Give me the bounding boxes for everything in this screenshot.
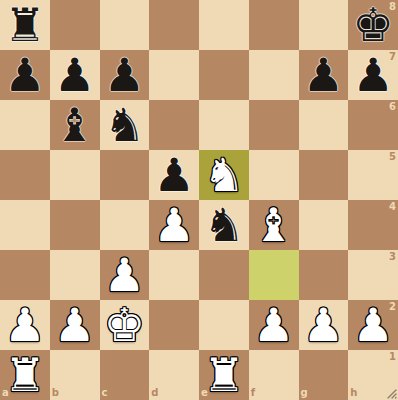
square-b1[interactable]: b bbox=[50, 350, 100, 400]
square-g4[interactable] bbox=[299, 200, 349, 250]
piece-white-king[interactable]: ♚ bbox=[104, 300, 145, 350]
square-g3[interactable] bbox=[299, 250, 349, 300]
square-a1[interactable]: ♜a bbox=[0, 350, 50, 400]
piece-white-pawn[interactable]: ♟ bbox=[154, 200, 195, 250]
rank-label-4: 4 bbox=[389, 202, 396, 212]
square-g2[interactable]: ♟ bbox=[299, 300, 349, 350]
square-g8[interactable] bbox=[299, 0, 349, 50]
piece-white-knight[interactable]: ♞ bbox=[203, 150, 244, 200]
square-f1[interactable]: f bbox=[249, 350, 299, 400]
file-label-h: h bbox=[350, 388, 357, 398]
piece-black-knight[interactable]: ♞ bbox=[104, 100, 145, 150]
rank-label-6: 6 bbox=[389, 102, 396, 112]
square-f4[interactable]: ♝ bbox=[249, 200, 299, 250]
board-resize-handle-icon[interactable] bbox=[385, 387, 397, 399]
square-e2[interactable] bbox=[199, 300, 249, 350]
square-c8[interactable] bbox=[100, 0, 150, 50]
rank-label-3: 3 bbox=[389, 252, 396, 262]
square-h2[interactable]: ♟2 bbox=[348, 300, 398, 350]
square-b7[interactable]: ♟ bbox=[50, 50, 100, 100]
square-g5[interactable] bbox=[299, 150, 349, 200]
square-h3[interactable]: 3 bbox=[348, 250, 398, 300]
square-c7[interactable]: ♟ bbox=[100, 50, 150, 100]
square-b2[interactable]: ♟ bbox=[50, 300, 100, 350]
square-e1[interactable]: ♜e bbox=[199, 350, 249, 400]
square-c1[interactable]: c bbox=[100, 350, 150, 400]
rank-label-1: 1 bbox=[389, 352, 396, 362]
square-h5[interactable]: 5 bbox=[348, 150, 398, 200]
square-g1[interactable]: g bbox=[299, 350, 349, 400]
square-d8[interactable] bbox=[149, 0, 199, 50]
square-e8[interactable] bbox=[199, 0, 249, 50]
piece-black-pawn[interactable]: ♟ bbox=[154, 150, 195, 200]
square-a2[interactable]: ♟ bbox=[0, 300, 50, 350]
piece-white-rook[interactable]: ♜ bbox=[4, 350, 45, 400]
square-e3[interactable] bbox=[199, 250, 249, 300]
square-c2[interactable]: ♚ bbox=[100, 300, 150, 350]
square-f6[interactable] bbox=[249, 100, 299, 150]
square-e7[interactable] bbox=[199, 50, 249, 100]
square-g7[interactable]: ♟ bbox=[299, 50, 349, 100]
square-d7[interactable] bbox=[149, 50, 199, 100]
piece-white-pawn[interactable]: ♟ bbox=[353, 300, 394, 350]
square-b3[interactable] bbox=[50, 250, 100, 300]
square-h7[interactable]: ♟7 bbox=[348, 50, 398, 100]
square-f2[interactable]: ♟ bbox=[249, 300, 299, 350]
piece-white-pawn[interactable]: ♟ bbox=[253, 300, 294, 350]
square-e5[interactable]: ♞ bbox=[199, 150, 249, 200]
piece-black-pawn[interactable]: ♟ bbox=[104, 50, 145, 100]
square-d2[interactable] bbox=[149, 300, 199, 350]
rank-label-5: 5 bbox=[389, 152, 396, 162]
file-label-g: g bbox=[301, 388, 308, 398]
square-d6[interactable] bbox=[149, 100, 199, 150]
square-e4[interactable]: ♞ bbox=[199, 200, 249, 250]
square-d5[interactable]: ♟ bbox=[149, 150, 199, 200]
square-d4[interactable]: ♟ bbox=[149, 200, 199, 250]
square-c5[interactable] bbox=[100, 150, 150, 200]
square-c6[interactable]: ♞ bbox=[100, 100, 150, 150]
file-label-c: c bbox=[102, 388, 108, 398]
square-b5[interactable] bbox=[50, 150, 100, 200]
square-d3[interactable] bbox=[149, 250, 199, 300]
chess-board: ♜♚8♟♟♟♟♟7♝♞6♟♞5♟♞♝4♟3♟♟♚♟♟♟2♜abcd♜efgh1 bbox=[0, 0, 398, 400]
piece-black-pawn[interactable]: ♟ bbox=[303, 50, 344, 100]
piece-white-pawn[interactable]: ♟ bbox=[104, 250, 145, 300]
square-e6[interactable] bbox=[199, 100, 249, 150]
square-f8[interactable] bbox=[249, 0, 299, 50]
piece-black-pawn[interactable]: ♟ bbox=[4, 50, 45, 100]
square-b8[interactable] bbox=[50, 0, 100, 50]
piece-white-pawn[interactable]: ♟ bbox=[4, 300, 45, 350]
piece-black-pawn[interactable]: ♟ bbox=[54, 50, 95, 100]
piece-black-rook[interactable]: ♜ bbox=[4, 0, 45, 50]
square-a5[interactable] bbox=[0, 150, 50, 200]
square-a6[interactable] bbox=[0, 100, 50, 150]
piece-black-knight[interactable]: ♞ bbox=[203, 200, 244, 250]
square-a8[interactable]: ♜ bbox=[0, 0, 50, 50]
square-f3[interactable] bbox=[249, 250, 299, 300]
square-b4[interactable] bbox=[50, 200, 100, 250]
file-label-f: f bbox=[251, 388, 255, 398]
square-h4[interactable]: 4 bbox=[348, 200, 398, 250]
file-label-b: b bbox=[52, 388, 59, 398]
file-label-d: d bbox=[151, 388, 158, 398]
square-c4[interactable] bbox=[100, 200, 150, 250]
piece-black-king[interactable]: ♚ bbox=[353, 0, 394, 50]
piece-white-bishop[interactable]: ♝ bbox=[253, 200, 294, 250]
square-g6[interactable] bbox=[299, 100, 349, 150]
piece-black-pawn[interactable]: ♟ bbox=[353, 50, 394, 100]
square-f7[interactable] bbox=[249, 50, 299, 100]
square-b6[interactable]: ♝ bbox=[50, 100, 100, 150]
piece-white-pawn[interactable]: ♟ bbox=[303, 300, 344, 350]
piece-white-pawn[interactable]: ♟ bbox=[54, 300, 95, 350]
piece-white-rook[interactable]: ♜ bbox=[203, 350, 244, 400]
square-d1[interactable]: d bbox=[149, 350, 199, 400]
piece-black-bishop[interactable]: ♝ bbox=[54, 100, 95, 150]
square-a3[interactable] bbox=[0, 250, 50, 300]
square-f5[interactable] bbox=[249, 150, 299, 200]
square-c3[interactable]: ♟ bbox=[100, 250, 150, 300]
square-h8[interactable]: ♚8 bbox=[348, 0, 398, 50]
square-a4[interactable] bbox=[0, 200, 50, 250]
square-a7[interactable]: ♟ bbox=[0, 50, 50, 100]
square-h6[interactable]: 6 bbox=[348, 100, 398, 150]
